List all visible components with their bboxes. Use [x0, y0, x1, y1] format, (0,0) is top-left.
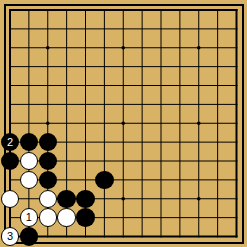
move-number-label: 1 — [26, 212, 32, 223]
stone-white[interactable] — [57, 208, 75, 226]
move-number-label: 2 — [7, 137, 13, 148]
stone-black[interactable] — [20, 227, 38, 245]
stone-black[interactable] — [57, 190, 75, 208]
stone-black[interactable] — [95, 171, 113, 189]
stone-white[interactable] — [1, 190, 19, 208]
stone-black[interactable] — [76, 190, 94, 208]
stone-black[interactable]: 2 — [1, 133, 19, 151]
go-board-diagram: 213 — [0, 0, 247, 247]
move-number-label: 3 — [7, 231, 13, 242]
stone-white[interactable]: 3 — [1, 227, 19, 245]
stone-white[interactable] — [39, 208, 57, 226]
stone-black[interactable] — [1, 152, 19, 170]
stone-white[interactable]: 1 — [20, 208, 38, 226]
stone-black[interactable] — [39, 152, 57, 170]
stone-white[interactable] — [39, 190, 57, 208]
stone-black[interactable] — [20, 133, 38, 151]
stone-white[interactable] — [20, 152, 38, 170]
stone-black[interactable] — [76, 208, 94, 226]
stone-white[interactable] — [20, 171, 38, 189]
stone-black[interactable] — [39, 171, 57, 189]
go-board[interactable]: 213 — [1, 1, 246, 246]
stone-black[interactable] — [39, 133, 57, 151]
